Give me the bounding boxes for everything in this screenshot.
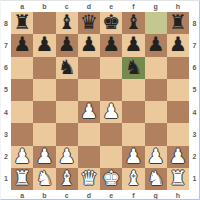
- piece-black-queen-d8[interactable]: ♛: [80, 12, 98, 32]
- square-e5[interactable]: [100, 79, 122, 101]
- piece-black-knight-c6[interactable]: ♞: [58, 57, 76, 77]
- square-f7[interactable]: ♟: [122, 34, 144, 56]
- file-label-g: g: [145, 190, 167, 200]
- square-b1[interactable]: ♞: [33, 168, 55, 190]
- square-c6[interactable]: ♞: [56, 57, 78, 79]
- file-label-d: d: [78, 190, 100, 200]
- square-c5[interactable]: [56, 79, 78, 101]
- piece-white-pawn-a2[interactable]: ♟: [13, 146, 31, 166]
- piece-white-knight-g1[interactable]: ♞: [147, 168, 165, 188]
- file-label-f: f: [122, 190, 144, 200]
- square-d3[interactable]: [78, 123, 100, 145]
- square-c2[interactable]: ♟: [56, 146, 78, 168]
- square-e4[interactable]: ♟: [100, 101, 122, 123]
- square-h2[interactable]: ♟: [167, 146, 189, 168]
- square-g3[interactable]: [145, 123, 167, 145]
- piece-black-knight-f6[interactable]: ♞: [124, 57, 142, 77]
- rank-label-7: 7: [1, 34, 11, 56]
- square-g5[interactable]: [145, 79, 167, 101]
- square-h1[interactable]: ♜: [167, 168, 189, 190]
- square-b2[interactable]: ♟: [33, 146, 55, 168]
- square-h5[interactable]: [167, 79, 189, 101]
- square-h6[interactable]: [167, 57, 189, 79]
- piece-black-king-e8[interactable]: ♚: [102, 12, 120, 32]
- square-f4[interactable]: [122, 101, 144, 123]
- file-label-b: b: [33, 1, 55, 12]
- square-a5[interactable]: [11, 79, 33, 101]
- file-label-b: b: [33, 190, 55, 200]
- square-c8[interactable]: ♝: [56, 12, 78, 34]
- rank-label-6: 6: [189, 57, 200, 79]
- rank-label-4: 4: [1, 101, 11, 123]
- rank-label-1: 1: [189, 168, 200, 190]
- square-c7[interactable]: ♟: [56, 34, 78, 56]
- rank-coords-left: 87654321: [1, 12, 11, 190]
- piece-black-rook-h8[interactable]: ♜: [169, 12, 187, 32]
- file-coords-top: abcdefgh: [11, 1, 189, 12]
- rank-label-1: 1: [1, 168, 11, 190]
- piece-white-pawn-d4[interactable]: ♟: [80, 101, 98, 121]
- square-e8[interactable]: ♚: [100, 12, 122, 34]
- file-label-a: a: [11, 190, 33, 200]
- piece-white-king-e1[interactable]: ♚: [102, 168, 120, 188]
- square-g1[interactable]: ♞: [145, 168, 167, 190]
- piece-white-bishop-f1[interactable]: ♝: [124, 168, 142, 188]
- square-d8[interactable]: ♛: [78, 12, 100, 34]
- square-a1[interactable]: ♜: [11, 168, 33, 190]
- square-c3[interactable]: [56, 123, 78, 145]
- square-b4[interactable]: [33, 101, 55, 123]
- square-h4[interactable]: [167, 101, 189, 123]
- square-f5[interactable]: [122, 79, 144, 101]
- square-g7[interactable]: ♟: [145, 34, 167, 56]
- square-g8[interactable]: [145, 12, 167, 34]
- piece-white-pawn-f2[interactable]: ♟: [124, 146, 142, 166]
- square-e3[interactable]: [100, 123, 122, 145]
- piece-black-pawn-e7[interactable]: ♟: [102, 34, 120, 54]
- file-label-h: h: [167, 190, 189, 200]
- square-e1[interactable]: ♚: [100, 168, 122, 190]
- square-f2[interactable]: ♟: [122, 146, 144, 168]
- piece-white-queen-d1[interactable]: ♛: [80, 168, 98, 188]
- chess-board[interactable]: ♜♝♛♚♝♜♟♟♟♟♟♟♟♟♞♞♟♟♟♟♟♟♟♟♜♞♝♛♚♝♞♜: [11, 12, 189, 190]
- square-g4[interactable]: [145, 101, 167, 123]
- file-coords-bottom: abcdefgh: [11, 190, 189, 200]
- square-f6[interactable]: ♞: [122, 57, 144, 79]
- square-h8[interactable]: ♜: [167, 12, 189, 34]
- piece-white-pawn-c2[interactable]: ♟: [58, 146, 76, 166]
- piece-white-pawn-h2[interactable]: ♟: [169, 146, 187, 166]
- file-label-e: e: [100, 1, 122, 12]
- file-label-c: c: [56, 190, 78, 200]
- rank-coords-right: 87654321: [189, 12, 200, 190]
- square-b3[interactable]: [33, 123, 55, 145]
- piece-black-pawn-b7[interactable]: ♟: [35, 34, 53, 54]
- square-a2[interactable]: ♟: [11, 146, 33, 168]
- square-e7[interactable]: ♟: [100, 34, 122, 56]
- piece-black-pawn-g7[interactable]: ♟: [147, 34, 165, 54]
- square-h3[interactable]: [167, 123, 189, 145]
- square-f8[interactable]: ♝: [122, 12, 144, 34]
- square-g2[interactable]: ♟: [145, 146, 167, 168]
- rank-label-3: 3: [1, 123, 11, 145]
- piece-white-pawn-e4[interactable]: ♟: [102, 101, 120, 121]
- square-c4[interactable]: [56, 101, 78, 123]
- piece-black-rook-a8[interactable]: ♜: [13, 12, 31, 32]
- square-g6[interactable]: [145, 57, 167, 79]
- square-f3[interactable]: [122, 123, 144, 145]
- square-c1[interactable]: ♝: [56, 168, 78, 190]
- file-label-e: e: [100, 190, 122, 200]
- file-label-f: f: [122, 1, 144, 12]
- square-h7[interactable]: ♟: [167, 34, 189, 56]
- piece-black-pawn-c7[interactable]: ♟: [58, 34, 76, 54]
- piece-black-pawn-a7[interactable]: ♟: [13, 34, 31, 54]
- piece-white-rook-a1[interactable]: ♜: [13, 168, 31, 188]
- rank-label-7: 7: [189, 34, 200, 56]
- square-b5[interactable]: [33, 79, 55, 101]
- piece-white-bishop-c1[interactable]: ♝: [58, 168, 76, 188]
- square-d4[interactable]: ♟: [78, 101, 100, 123]
- file-label-c: c: [56, 1, 78, 12]
- square-d1[interactable]: ♛: [78, 168, 100, 190]
- rank-label-5: 5: [189, 79, 200, 101]
- rank-label-6: 6: [1, 57, 11, 79]
- rank-label-8: 8: [189, 12, 200, 34]
- square-a7[interactable]: ♟: [11, 34, 33, 56]
- piece-black-pawn-f7[interactable]: ♟: [124, 34, 142, 54]
- piece-black-bishop-f8[interactable]: ♝: [124, 12, 142, 32]
- rank-label-4: 4: [189, 101, 200, 123]
- square-a6[interactable]: [11, 57, 33, 79]
- piece-white-knight-b1[interactable]: ♞: [35, 168, 53, 188]
- square-f1[interactable]: ♝: [122, 168, 144, 190]
- square-d7[interactable]: ♟: [78, 34, 100, 56]
- file-label-a: a: [11, 1, 33, 12]
- chess-board-widget: abcdefgh 87654321 ♜♝♛♚♝♜♟♟♟♟♟♟♟♟♞♞♟♟♟♟♟♟…: [0, 0, 200, 200]
- piece-black-pawn-d7[interactable]: ♟: [80, 34, 98, 54]
- piece-white-pawn-g2[interactable]: ♟: [147, 146, 165, 166]
- piece-black-pawn-h7[interactable]: ♟: [169, 34, 187, 54]
- rank-label-5: 5: [1, 79, 11, 101]
- file-label-d: d: [78, 1, 100, 12]
- rank-label-2: 2: [189, 146, 200, 168]
- square-d2[interactable]: [78, 146, 100, 168]
- piece-white-pawn-b2[interactable]: ♟: [35, 146, 53, 166]
- file-label-g: g: [145, 1, 167, 12]
- square-e2[interactable]: [100, 146, 122, 168]
- square-b8[interactable]: [33, 12, 55, 34]
- rank-label-3: 3: [189, 123, 200, 145]
- square-d6[interactable]: [78, 57, 100, 79]
- square-a4[interactable]: [11, 101, 33, 123]
- rank-label-8: 8: [1, 12, 11, 34]
- square-b7[interactable]: ♟: [33, 34, 55, 56]
- square-b6[interactable]: [33, 57, 55, 79]
- piece-black-bishop-c8[interactable]: ♝: [58, 12, 76, 32]
- piece-white-rook-h1[interactable]: ♜: [169, 168, 187, 188]
- rank-label-2: 2: [1, 146, 11, 168]
- file-label-h: h: [167, 1, 189, 12]
- square-a3[interactable]: [11, 123, 33, 145]
- square-e6[interactable]: [100, 57, 122, 79]
- square-a8[interactable]: ♜: [11, 12, 33, 34]
- square-d5[interactable]: [78, 79, 100, 101]
